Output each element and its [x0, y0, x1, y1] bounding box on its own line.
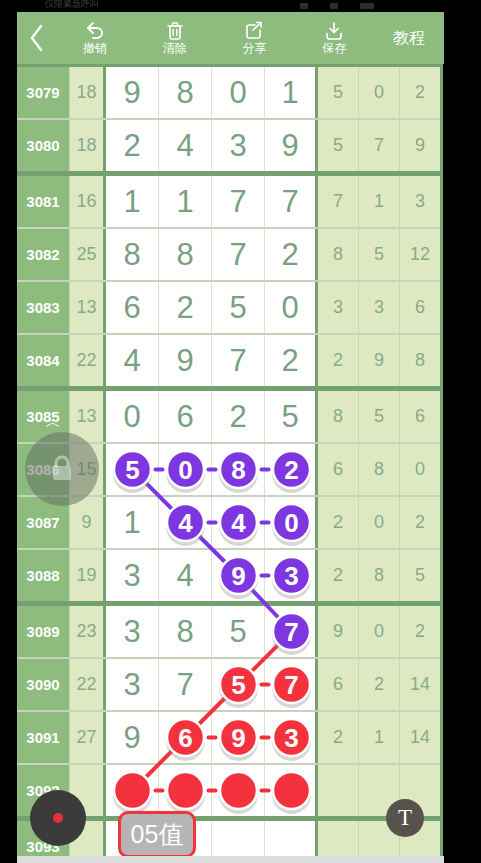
toolbar: 撤销 清除 分享: [17, 12, 444, 64]
extra-cell: 1: [359, 712, 400, 763]
sum-cell: 19: [70, 550, 106, 601]
digit-cell[interactable]: 8: [106, 229, 159, 280]
lock-icon: [45, 452, 79, 486]
extra-cell: 0: [359, 497, 400, 548]
digit-cell[interactable]: 8: [159, 606, 212, 657]
undo-button[interactable]: 撤销: [55, 21, 135, 55]
sum-cell: 22: [70, 659, 106, 710]
extra-cell: 1: [359, 176, 400, 227]
digit-cell[interactable]: 0: [159, 444, 212, 495]
trash-icon: [164, 21, 186, 41]
undo-label: 撤销: [83, 42, 107, 55]
table-row: 308791440202: [17, 497, 440, 550]
extra-cell: 2: [318, 550, 359, 601]
issue-cell: 3088: [17, 550, 70, 601]
extra-cell: 0: [359, 67, 400, 118]
range-handle-down-icon[interactable]: ﹀: [33, 489, 73, 508]
table-row: 3084224972298: [17, 335, 440, 391]
digit-cell[interactable]: 1: [265, 67, 318, 118]
issue-cell: 3083: [17, 282, 70, 333]
back-chevron-icon: [26, 22, 46, 54]
screen: 仅限紧急呼叫 撤销: [0, 0, 481, 863]
digit-cell[interactable]: 2: [265, 444, 318, 495]
digit-cell[interactable]: 6: [106, 282, 159, 333]
clear-button[interactable]: 清除: [135, 21, 215, 55]
digit-cell[interactable]: 7: [265, 606, 318, 657]
digit-cell[interactable]: 7: [212, 335, 265, 386]
extra-cell: 7: [359, 120, 400, 171]
extra-cell: 0: [359, 606, 400, 657]
extra-cell: 12: [400, 229, 440, 280]
extra-cell: 5: [318, 120, 359, 171]
save-label: 保存: [322, 42, 346, 55]
extra-cell: 8: [400, 335, 440, 386]
share-icon: [243, 21, 265, 41]
extra-cell: 2: [318, 712, 359, 763]
digit-cell[interactable]: 2: [265, 229, 318, 280]
sum-cell: 18: [70, 67, 106, 118]
sum-cell: 23: [70, 606, 106, 657]
table-row: 30822588728512: [17, 229, 440, 282]
table-row: 3080182439579: [17, 120, 440, 176]
issue-cell: 3082: [17, 229, 70, 280]
extra-cell: 2: [400, 67, 440, 118]
digit-cell[interactable]: 9: [212, 550, 265, 601]
extra-cell: 2: [318, 335, 359, 386]
digit-cell[interactable]: 8: [159, 229, 212, 280]
extra-cell: 9: [359, 335, 400, 386]
digit-cell[interactable]: 4: [159, 550, 212, 601]
digit-cell[interactable]: 1: [106, 497, 159, 548]
digit-cell[interactable]: 5: [212, 282, 265, 333]
digit-cell[interactable]: 0: [265, 282, 318, 333]
extra-cell: 6: [318, 659, 359, 710]
download-icon: [323, 21, 345, 41]
sum-cell: 13: [70, 282, 106, 333]
digit-cell[interactable]: 3: [265, 550, 318, 601]
digit-cell[interactable]: 4: [159, 497, 212, 548]
digit-cell[interactable]: [212, 765, 265, 816]
digit-cell[interactable]: 9: [106, 712, 159, 763]
extra-cell: 5: [400, 550, 440, 601]
undo-icon: [84, 21, 106, 41]
digit-cell[interactable]: 7: [212, 229, 265, 280]
table-row: 30912796932114: [17, 712, 440, 765]
gesture-bar: [17, 856, 444, 863]
digit-cell[interactable]: 0: [265, 497, 318, 548]
issue-cell: 3084: [17, 335, 70, 386]
issue-cell: 3081: [17, 176, 70, 227]
digit-cell[interactable]: 9: [159, 335, 212, 386]
issue-cell: 3090: [17, 659, 70, 710]
extra-cell: 6: [400, 282, 440, 333]
digit-cell[interactable]: 4: [159, 120, 212, 171]
share-label: 分享: [242, 42, 266, 55]
extra-cell: 8: [359, 444, 400, 495]
digit-cell[interactable]: 2: [212, 391, 265, 442]
extra-cell: 2: [400, 606, 440, 657]
extra-cell: 5: [359, 229, 400, 280]
digit-cell[interactable]: 2: [106, 120, 159, 171]
issue-cell: 3080: [17, 120, 70, 171]
range-handle-up-icon[interactable]: ︿: [33, 413, 73, 432]
digit-cell[interactable]: 4: [212, 497, 265, 548]
extra-cell: 9: [318, 606, 359, 657]
extra-cell: 8: [318, 229, 359, 280]
table-row: 3079189801502: [17, 67, 440, 120]
issue-cell: 3091: [17, 712, 70, 763]
sum-cell: 25: [70, 229, 106, 280]
digit-cell[interactable]: 6: [159, 391, 212, 442]
digit-cell[interactable]: 3: [106, 659, 159, 710]
back-button[interactable]: [17, 12, 55, 64]
digit-cell[interactable]: 9: [212, 712, 265, 763]
digit-cell[interactable]: 5: [106, 444, 159, 495]
digit-cell[interactable]: 2: [265, 335, 318, 386]
app-frame: 撤销 清除 分享: [17, 0, 444, 863]
digit-cell[interactable]: 1: [159, 176, 212, 227]
extra-cell: 2: [318, 497, 359, 548]
extra-cell: 14: [400, 712, 440, 763]
digit-cell[interactable]: 3: [265, 712, 318, 763]
digit-cell[interactable]: 6: [159, 712, 212, 763]
extra-cell: 5: [359, 391, 400, 442]
value-label-badge[interactable]: 05值: [118, 811, 196, 858]
digit-cell[interactable]: 0: [106, 391, 159, 442]
digit-cell[interactable]: 7: [265, 659, 318, 710]
digit-cell[interactable]: [159, 765, 212, 816]
digit-cell[interactable]: 5: [265, 391, 318, 442]
digit-cell[interactable]: 5: [212, 606, 265, 657]
extra-cell: 3: [359, 282, 400, 333]
extra-cell: 3: [400, 176, 440, 227]
digit-cell[interactable]: 1: [106, 176, 159, 227]
table-row: 3089233857902: [17, 606, 440, 659]
extra-cell: 8: [318, 391, 359, 442]
extra-cell: 7: [318, 176, 359, 227]
table-row: 3083136250336: [17, 282, 440, 335]
digit-cell[interactable]: 8: [159, 67, 212, 118]
sum-cell: 16: [70, 176, 106, 227]
digit-cell[interactable]: 3: [106, 550, 159, 601]
digit-cell[interactable]: 0: [212, 67, 265, 118]
sum-cell: 22: [70, 335, 106, 386]
extra-cell: 2: [359, 659, 400, 710]
extra-cell: 0: [400, 444, 440, 495]
issue-cell: 3089: [17, 606, 70, 657]
text-tool-button[interactable]: T: [386, 799, 424, 837]
brush-dot-icon: [53, 813, 63, 823]
save-button[interactable]: 保存: [294, 21, 374, 55]
digit-cell[interactable]: 3: [106, 606, 159, 657]
digit-cell[interactable]: 2: [159, 282, 212, 333]
sum-cell: 9: [70, 497, 106, 548]
clear-label: 清除: [163, 42, 187, 55]
table-row: 3081161177713: [17, 176, 440, 229]
brush-color-button[interactable]: [30, 790, 86, 846]
sum-cell: 18: [70, 120, 106, 171]
extra-cell: [318, 765, 359, 816]
extra-cell: 5: [318, 67, 359, 118]
digit-cell[interactable]: [265, 765, 318, 816]
tutorial-button[interactable]: 教程: [374, 28, 444, 49]
issue-cell: 3079: [17, 67, 70, 118]
digit-cell[interactable]: 7: [265, 176, 318, 227]
digit-cell[interactable]: 7: [159, 659, 212, 710]
extra-cell: 3: [318, 282, 359, 333]
digit-cell[interactable]: 9: [265, 120, 318, 171]
table-row: 3088193493285: [17, 550, 440, 606]
extra-cell: 6: [318, 444, 359, 495]
sum-cell: 27: [70, 712, 106, 763]
digit-cell[interactable]: 5: [212, 659, 265, 710]
digit-cell[interactable]: [106, 765, 159, 816]
extra-cell: 8: [359, 550, 400, 601]
digit-cell[interactable]: 3: [212, 120, 265, 171]
table-row: 30902237576214: [17, 659, 440, 712]
digit-cell[interactable]: 7: [212, 176, 265, 227]
extra-cell: 6: [400, 391, 440, 442]
digit-cell[interactable]: 9: [106, 67, 159, 118]
digit-cell[interactable]: 8: [212, 444, 265, 495]
extra-cell: 9: [400, 120, 440, 171]
extra-cell: 14: [400, 659, 440, 710]
digit-cell[interactable]: 4: [106, 335, 159, 386]
extra-cell: 2: [400, 497, 440, 548]
share-button[interactable]: 分享: [215, 21, 295, 55]
